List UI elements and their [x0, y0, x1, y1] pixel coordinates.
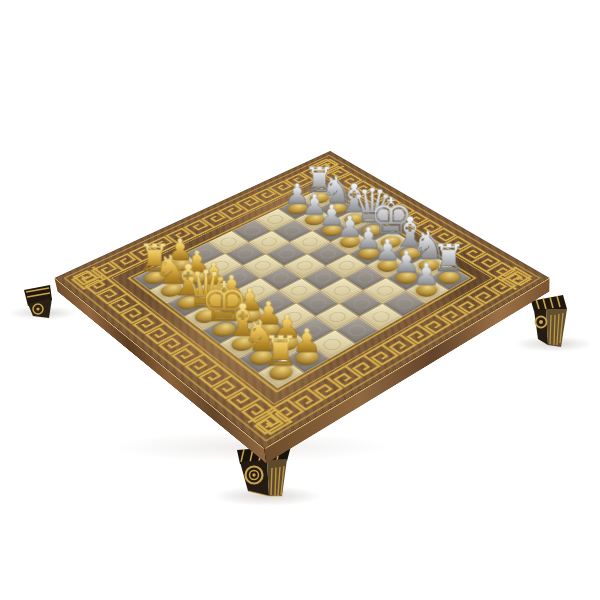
silver-pawn-h7[interactable]: ♟	[410, 259, 444, 289]
piece-glyph: ♜	[262, 330, 299, 372]
chess-board: ♜♞♟♝♟♛♟♚♟♝♟♞♟♟♜♟♟♜♟♟♞♟♝♟♛♟♚♟♝♟♞♜	[55, 151, 550, 449]
gold-rook-h1[interactable]: ♜	[262, 328, 299, 372]
piece-glyph: ♟	[413, 259, 440, 289]
board-scene: ♜♞♟♝♟♛♟♚♟♝♟♞♟♟♜♟♟♜♟♟♞♟♝♟♛♟♚♟♝♟♞♜	[0, 0, 600, 600]
product-photo-stage: ♜♞♟♝♟♛♟♚♟♝♟♞♟♟♜♟♟♜♟♟♞♟♝♟♛♟♚♟♝♟♞♜	[0, 0, 600, 600]
